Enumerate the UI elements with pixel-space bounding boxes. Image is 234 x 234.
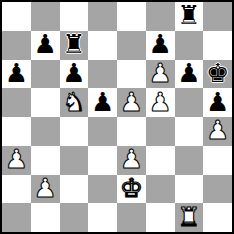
piece-black-pawn[interactable]: ♟ bbox=[148, 31, 171, 57]
square-h3[interactable] bbox=[203, 146, 232, 175]
square-g5[interactable] bbox=[175, 88, 204, 117]
square-a8[interactable] bbox=[2, 2, 31, 31]
square-c6[interactable]: ♟ bbox=[60, 60, 89, 89]
square-g2[interactable] bbox=[175, 175, 204, 204]
square-f2[interactable] bbox=[146, 175, 175, 204]
square-d1[interactable] bbox=[88, 203, 117, 232]
square-h1[interactable] bbox=[203, 203, 232, 232]
square-c7[interactable]: ♜ bbox=[60, 31, 89, 60]
piece-black-pawn[interactable]: ♟ bbox=[5, 60, 28, 86]
piece-white-pawn[interactable]: ♟ bbox=[5, 146, 28, 172]
piece-white-king[interactable]: ♚ bbox=[120, 175, 143, 201]
square-b8[interactable] bbox=[31, 2, 60, 31]
square-c4[interactable] bbox=[60, 117, 89, 146]
square-d6[interactable] bbox=[88, 60, 117, 89]
square-e3[interactable]: ♟ bbox=[117, 146, 146, 175]
square-e2[interactable]: ♚ bbox=[117, 175, 146, 204]
square-g7[interactable] bbox=[175, 31, 204, 60]
square-b6[interactable] bbox=[31, 60, 60, 89]
square-a6[interactable]: ♟ bbox=[2, 60, 31, 89]
square-c8[interactable] bbox=[60, 2, 89, 31]
piece-black-rook[interactable]: ♜ bbox=[62, 31, 85, 57]
piece-black-pawn[interactable]: ♟ bbox=[206, 89, 229, 115]
square-b5[interactable] bbox=[31, 88, 60, 117]
square-a4[interactable] bbox=[2, 117, 31, 146]
square-c3[interactable] bbox=[60, 146, 89, 175]
square-h8[interactable] bbox=[203, 2, 232, 31]
piece-black-pawn[interactable]: ♟ bbox=[91, 89, 114, 115]
square-f6[interactable]: ♟ bbox=[146, 60, 175, 89]
square-e4[interactable] bbox=[117, 117, 146, 146]
square-d5[interactable]: ♟ bbox=[88, 88, 117, 117]
square-a3[interactable]: ♟ bbox=[2, 146, 31, 175]
piece-white-pawn[interactable]: ♟ bbox=[120, 146, 143, 172]
piece-white-pawn[interactable]: ♟ bbox=[120, 89, 143, 115]
piece-white-pawn[interactable]: ♟ bbox=[148, 89, 171, 115]
square-f5[interactable]: ♟ bbox=[146, 88, 175, 117]
square-f8[interactable] bbox=[146, 2, 175, 31]
square-b1[interactable] bbox=[31, 203, 60, 232]
square-g6[interactable]: ♟ bbox=[175, 60, 204, 89]
square-d4[interactable] bbox=[88, 117, 117, 146]
square-b7[interactable]: ♟ bbox=[31, 31, 60, 60]
square-e7[interactable] bbox=[117, 31, 146, 60]
square-h4[interactable]: ♟ bbox=[203, 117, 232, 146]
square-h5[interactable]: ♟ bbox=[203, 88, 232, 117]
square-e5[interactable]: ♟ bbox=[117, 88, 146, 117]
piece-black-pawn[interactable]: ♟ bbox=[62, 60, 85, 86]
piece-black-rook[interactable]: ♜ bbox=[177, 2, 200, 28]
piece-black-pawn[interactable]: ♟ bbox=[177, 60, 200, 86]
square-e8[interactable] bbox=[117, 2, 146, 31]
chess-board: ♜♟♜♟♟♟♟♟♚♞♟♟♟♟♟♟♟♟♚♜ bbox=[0, 0, 234, 234]
square-d3[interactable] bbox=[88, 146, 117, 175]
square-f3[interactable] bbox=[146, 146, 175, 175]
square-g4[interactable] bbox=[175, 117, 204, 146]
square-f4[interactable] bbox=[146, 117, 175, 146]
square-b3[interactable] bbox=[31, 146, 60, 175]
square-a1[interactable] bbox=[2, 203, 31, 232]
square-f7[interactable]: ♟ bbox=[146, 31, 175, 60]
square-d8[interactable] bbox=[88, 2, 117, 31]
piece-white-pawn[interactable]: ♟ bbox=[33, 175, 56, 201]
piece-black-pawn[interactable]: ♟ bbox=[33, 31, 56, 57]
square-h6[interactable]: ♚ bbox=[203, 60, 232, 89]
square-a2[interactable] bbox=[2, 175, 31, 204]
piece-white-pawn[interactable]: ♟ bbox=[148, 60, 171, 86]
piece-white-pawn[interactable]: ♟ bbox=[206, 117, 229, 143]
square-c1[interactable] bbox=[60, 203, 89, 232]
square-h2[interactable] bbox=[203, 175, 232, 204]
square-c2[interactable] bbox=[60, 175, 89, 204]
square-b2[interactable]: ♟ bbox=[31, 175, 60, 204]
square-c5[interactable]: ♞ bbox=[60, 88, 89, 117]
square-a5[interactable] bbox=[2, 88, 31, 117]
square-h7[interactable] bbox=[203, 31, 232, 60]
square-d7[interactable] bbox=[88, 31, 117, 60]
square-d2[interactable] bbox=[88, 175, 117, 204]
square-g1[interactable]: ♜ bbox=[175, 203, 204, 232]
piece-black-king[interactable]: ♚ bbox=[206, 60, 229, 86]
square-a7[interactable] bbox=[2, 31, 31, 60]
square-g8[interactable]: ♜ bbox=[175, 2, 204, 31]
square-b4[interactable] bbox=[31, 117, 60, 146]
piece-white-knight[interactable]: ♞ bbox=[62, 89, 85, 115]
square-g3[interactable] bbox=[175, 146, 204, 175]
square-e1[interactable] bbox=[117, 203, 146, 232]
square-e6[interactable] bbox=[117, 60, 146, 89]
square-f1[interactable] bbox=[146, 203, 175, 232]
piece-white-rook[interactable]: ♜ bbox=[177, 204, 200, 230]
